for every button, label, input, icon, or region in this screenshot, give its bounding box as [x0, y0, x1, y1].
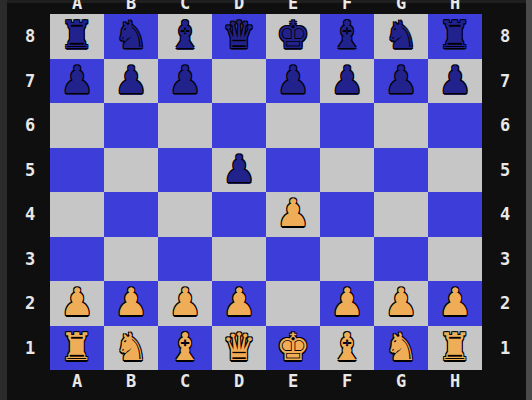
square-d1[interactable]: ♛	[212, 326, 266, 371]
square-a7[interactable]: ♟	[50, 59, 104, 104]
file-label-top-h: H	[428, 0, 482, 13]
rank-label-right-1: 1	[484, 326, 526, 371]
piece-black-pawn: ♟	[330, 58, 364, 102]
piece-white-knight: ♞	[384, 325, 418, 369]
rank-label-right-4: 4	[484, 192, 526, 237]
square-c6[interactable]	[158, 103, 212, 148]
square-h6[interactable]	[428, 103, 482, 148]
square-d5[interactable]: ♟	[212, 148, 266, 193]
piece-white-pawn: ♟	[60, 280, 94, 324]
file-label-top-c: C	[158, 0, 212, 13]
square-f6[interactable]	[320, 103, 374, 148]
rank-label-left-8: 8	[10, 14, 50, 59]
square-h8[interactable]: ♜	[428, 14, 482, 59]
piece-black-pawn: ♟	[276, 58, 310, 102]
rank-label-right-7: 7	[484, 59, 526, 104]
piece-white-bishop: ♝	[330, 325, 364, 369]
rank-labels-left: 87654321	[10, 14, 50, 370]
rank-label-right-3: 3	[484, 237, 526, 282]
square-f8[interactable]: ♝	[320, 14, 374, 59]
square-b5[interactable]	[104, 148, 158, 193]
square-c8[interactable]: ♝	[158, 14, 212, 59]
square-b3[interactable]	[104, 237, 158, 282]
piece-black-pawn: ♟	[60, 58, 94, 102]
piece-black-pawn: ♟	[438, 58, 472, 102]
square-e2[interactable]	[266, 281, 320, 326]
piece-white-pawn: ♟	[384, 280, 418, 324]
square-d4[interactable]	[212, 192, 266, 237]
piece-white-knight: ♞	[114, 325, 148, 369]
piece-black-queen: ♛	[222, 13, 256, 57]
file-label-bottom-h: H	[428, 371, 482, 393]
file-label-top-e: E	[266, 0, 320, 13]
square-f3[interactable]	[320, 237, 374, 282]
square-f4[interactable]	[320, 192, 374, 237]
square-g8[interactable]: ♞	[374, 14, 428, 59]
square-a8[interactable]: ♜	[50, 14, 104, 59]
square-b6[interactable]	[104, 103, 158, 148]
rank-label-right-6: 6	[484, 103, 526, 148]
square-a6[interactable]	[50, 103, 104, 148]
rank-label-left-2: 2	[10, 281, 50, 326]
square-g7[interactable]: ♟	[374, 59, 428, 104]
square-e6[interactable]	[266, 103, 320, 148]
piece-white-pawn: ♟	[114, 280, 148, 324]
piece-white-queen: ♛	[222, 325, 256, 369]
square-g5[interactable]	[374, 148, 428, 193]
square-e5[interactable]	[266, 148, 320, 193]
screen-edge-right	[526, 0, 532, 400]
square-e7[interactable]: ♟	[266, 59, 320, 104]
square-e8[interactable]: ♚	[266, 14, 320, 59]
piece-black-pawn: ♟	[384, 58, 418, 102]
square-g2[interactable]: ♟	[374, 281, 428, 326]
file-label-bottom-f: F	[320, 371, 374, 393]
square-f1[interactable]: ♝	[320, 326, 374, 371]
square-c3[interactable]	[158, 237, 212, 282]
file-label-top-g: G	[374, 0, 428, 13]
square-f2[interactable]: ♟	[320, 281, 374, 326]
square-e1[interactable]: ♚	[266, 326, 320, 371]
file-labels-top: ABCDEFGH	[50, 0, 482, 13]
piece-black-knight: ♞	[114, 13, 148, 57]
piece-black-rook: ♜	[438, 13, 472, 57]
piece-white-pawn: ♟	[276, 191, 310, 235]
square-g1[interactable]: ♞	[374, 326, 428, 371]
rank-label-left-5: 5	[10, 148, 50, 193]
file-label-bottom-e: E	[266, 371, 320, 393]
piece-white-rook: ♜	[438, 325, 472, 369]
square-d8[interactable]: ♛	[212, 14, 266, 59]
file-label-bottom-c: C	[158, 371, 212, 393]
file-label-top-b: B	[104, 0, 158, 13]
square-b8[interactable]: ♞	[104, 14, 158, 59]
square-b2[interactable]: ♟	[104, 281, 158, 326]
file-labels-bottom: ABCDEFGH	[50, 371, 482, 393]
piece-black-pawn: ♟	[168, 58, 202, 102]
square-h7[interactable]: ♟	[428, 59, 482, 104]
rank-label-right-5: 5	[484, 148, 526, 193]
screen-edge-left	[0, 0, 7, 400]
rank-label-left-7: 7	[10, 59, 50, 104]
square-a3[interactable]	[50, 237, 104, 282]
rank-label-right-2: 2	[484, 281, 526, 326]
square-d2[interactable]: ♟	[212, 281, 266, 326]
piece-white-pawn: ♟	[330, 280, 364, 324]
file-label-bottom-a: A	[50, 371, 104, 393]
square-a1[interactable]: ♜	[50, 326, 104, 371]
piece-white-pawn: ♟	[168, 280, 202, 324]
file-label-top-a: A	[50, 0, 104, 13]
piece-white-bishop: ♝	[168, 325, 202, 369]
square-c1[interactable]: ♝	[158, 326, 212, 371]
square-e4[interactable]: ♟	[266, 192, 320, 237]
square-g3[interactable]	[374, 237, 428, 282]
square-h3[interactable]	[428, 237, 482, 282]
square-d7[interactable]	[212, 59, 266, 104]
square-c7[interactable]: ♟	[158, 59, 212, 104]
square-b7[interactable]: ♟	[104, 59, 158, 104]
square-c2[interactable]: ♟	[158, 281, 212, 326]
rank-label-left-1: 1	[10, 326, 50, 371]
chess-game-screen: ABCDEFGH 87654321 ♜♞♝♛♚♝♞♜♟♟♟♟♟♟♟♟♟♟♟♟♟♟…	[0, 0, 532, 400]
piece-black-bishop: ♝	[168, 13, 202, 57]
file-label-bottom-b: B	[104, 371, 158, 393]
rank-label-left-3: 3	[10, 237, 50, 282]
file-label-bottom-d: D	[212, 371, 266, 393]
square-h1[interactable]: ♜	[428, 326, 482, 371]
piece-white-pawn: ♟	[438, 280, 472, 324]
square-g6[interactable]	[374, 103, 428, 148]
file-label-top-d: D	[212, 0, 266, 13]
piece-white-pawn: ♟	[222, 280, 256, 324]
piece-white-king: ♚	[276, 325, 310, 369]
file-label-bottom-g: G	[374, 371, 428, 393]
square-d6[interactable]	[212, 103, 266, 148]
square-a5[interactable]	[50, 148, 104, 193]
square-a2[interactable]: ♟	[50, 281, 104, 326]
file-label-top-f: F	[320, 0, 374, 13]
square-c4[interactable]	[158, 192, 212, 237]
square-a4[interactable]	[50, 192, 104, 237]
square-b4[interactable]	[104, 192, 158, 237]
square-f7[interactable]: ♟	[320, 59, 374, 104]
piece-black-pawn: ♟	[114, 58, 148, 102]
square-g4[interactable]	[374, 192, 428, 237]
piece-black-rook: ♜	[60, 13, 94, 57]
square-c5[interactable]	[158, 148, 212, 193]
rank-label-right-8: 8	[484, 14, 526, 59]
square-b1[interactable]: ♞	[104, 326, 158, 371]
rank-labels-right: 87654321	[484, 14, 526, 370]
square-e3[interactable]	[266, 237, 320, 282]
piece-black-knight: ♞	[384, 13, 418, 57]
square-f5[interactable]	[320, 148, 374, 193]
piece-black-bishop: ♝	[330, 13, 364, 57]
rank-label-left-6: 6	[10, 103, 50, 148]
square-h2[interactable]: ♟	[428, 281, 482, 326]
board: ♜♞♝♛♚♝♞♜♟♟♟♟♟♟♟♟♟♟♟♟♟♟♟♟♜♞♝♛♚♝♞♜	[50, 14, 482, 370]
square-d3[interactable]	[212, 237, 266, 282]
piece-black-king: ♚	[276, 13, 310, 57]
square-h5[interactable]	[428, 148, 482, 193]
rank-label-left-4: 4	[10, 192, 50, 237]
piece-black-pawn: ♟	[222, 147, 256, 191]
piece-white-rook: ♜	[60, 325, 94, 369]
square-h4[interactable]	[428, 192, 482, 237]
